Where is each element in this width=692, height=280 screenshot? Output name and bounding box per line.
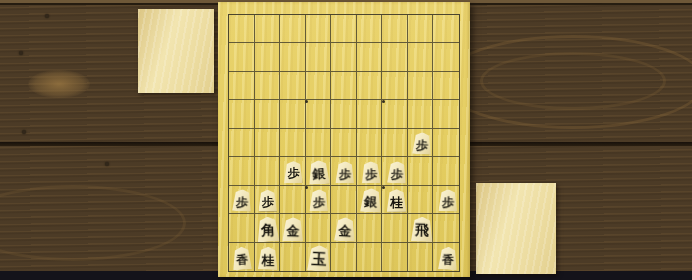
- board-square[interactable]: [255, 15, 281, 43]
- board-square[interactable]: [408, 72, 434, 100]
- board-square[interactable]: [280, 129, 306, 157]
- board-square[interactable]: [382, 72, 408, 100]
- board-square[interactable]: [382, 214, 408, 242]
- piece-knight[interactable]: 桂: [387, 189, 407, 212]
- board-square[interactable]: [331, 72, 357, 100]
- board-square[interactable]: [408, 186, 434, 214]
- board-square[interactable]: [280, 43, 306, 71]
- board-square[interactable]: [306, 129, 332, 157]
- wood-knot: [28, 70, 90, 98]
- board-square[interactable]: [280, 100, 306, 128]
- board-square[interactable]: [306, 72, 332, 100]
- nail-head: [19, 51, 23, 55]
- board-square[interactable]: [408, 15, 434, 43]
- board-square[interactable]: [280, 243, 306, 271]
- board-square[interactable]: [229, 15, 255, 43]
- star-point: [305, 186, 308, 189]
- board-square[interactable]: [433, 72, 459, 100]
- board-square[interactable]: [331, 186, 357, 214]
- board-square[interactable]: [331, 43, 357, 71]
- board-square[interactable]: [229, 100, 255, 128]
- board-square[interactable]: [382, 129, 408, 157]
- nail-head: [22, 130, 26, 134]
- board-square[interactable]: [280, 72, 306, 100]
- board-square[interactable]: [433, 157, 459, 185]
- board-square[interactable]: [255, 100, 281, 128]
- wood-grain: [0, 185, 186, 261]
- board-square[interactable]: [357, 100, 383, 128]
- board-square[interactable]: [357, 15, 383, 43]
- board-square[interactable]: [357, 129, 383, 157]
- board-square[interactable]: [255, 72, 281, 100]
- board-square[interactable]: [331, 243, 357, 271]
- board-square[interactable]: [408, 157, 434, 185]
- piece-pawn[interactable]: 歩: [258, 190, 277, 212]
- nail-head: [105, 162, 109, 166]
- board-square[interactable]: [357, 243, 383, 271]
- board-square[interactable]: [306, 15, 332, 43]
- board-square[interactable]: [382, 100, 408, 128]
- wood-grain: [440, 35, 692, 129]
- board-square[interactable]: [331, 15, 357, 43]
- table-background: 歩歩銀歩歩歩歩歩歩銀桂歩角金金飛香桂玉香: [0, 0, 692, 280]
- board-square[interactable]: [382, 15, 408, 43]
- board-square[interactable]: [331, 129, 357, 157]
- star-point: [305, 100, 308, 103]
- board-square[interactable]: [229, 43, 255, 71]
- board-square[interactable]: [357, 43, 383, 71]
- board-square[interactable]: [280, 15, 306, 43]
- board-square[interactable]: [382, 243, 408, 271]
- board-square[interactable]: [331, 100, 357, 128]
- board-square[interactable]: [433, 129, 459, 157]
- board-square[interactable]: [306, 43, 332, 71]
- board-square[interactable]: [255, 43, 281, 71]
- board-square[interactable]: [382, 43, 408, 71]
- board-square[interactable]: [229, 157, 255, 185]
- board-square[interactable]: [433, 100, 459, 128]
- board-square[interactable]: [255, 129, 281, 157]
- star-point: [382, 100, 385, 103]
- board-square[interactable]: [357, 214, 383, 242]
- shogi-board: 歩歩銀歩歩歩歩歩歩銀桂歩角金金飛香桂玉香: [218, 2, 470, 277]
- board-grid: 歩歩銀歩歩歩歩歩歩銀桂歩角金金飛香桂玉香: [228, 14, 460, 272]
- board-square[interactable]: [408, 43, 434, 71]
- board-square[interactable]: [433, 214, 459, 242]
- board-square[interactable]: [306, 100, 332, 128]
- board-square[interactable]: [433, 15, 459, 43]
- board-square[interactable]: [433, 43, 459, 71]
- board-square[interactable]: [306, 214, 332, 242]
- board-square[interactable]: [408, 243, 434, 271]
- piece-pawn[interactable]: 歩: [284, 161, 303, 183]
- wood-grain: [480, 52, 666, 110]
- nail-head: [45, 14, 49, 18]
- komadai-right: [476, 183, 556, 274]
- komadai-left: [138, 9, 214, 93]
- board-square[interactable]: [255, 157, 281, 185]
- board-square[interactable]: [280, 186, 306, 214]
- board-square[interactable]: [229, 72, 255, 100]
- board-square[interactable]: [229, 129, 255, 157]
- board-square[interactable]: [357, 72, 383, 100]
- board-square[interactable]: [408, 100, 434, 128]
- star-point: [382, 186, 385, 189]
- board-square[interactable]: [229, 214, 255, 242]
